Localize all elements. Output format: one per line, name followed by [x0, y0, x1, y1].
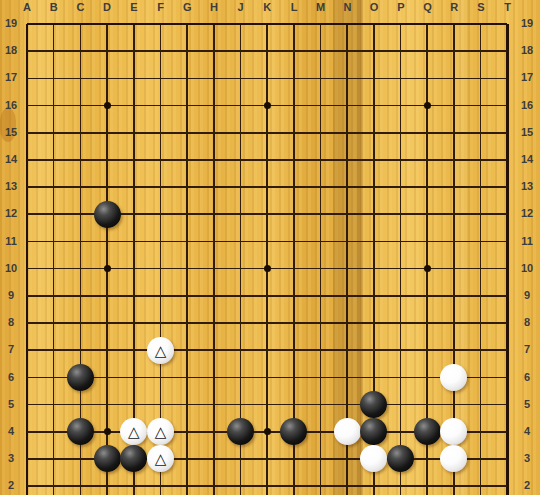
intersection-K17[interactable] — [254, 65, 281, 92]
intersection-R19[interactable] — [441, 10, 468, 37]
intersection-C4[interactable] — [67, 418, 94, 445]
intersection-N7[interactable] — [334, 337, 361, 364]
white-stone-R4[interactable] — [440, 418, 467, 445]
white-stone-R3[interactable] — [440, 445, 467, 472]
intersection-A10[interactable] — [14, 255, 41, 282]
intersection-K8[interactable] — [254, 309, 281, 336]
intersection-L12[interactable] — [281, 201, 308, 228]
intersection-T19[interactable] — [494, 10, 521, 37]
intersection-C7[interactable] — [67, 337, 94, 364]
intersection-D14[interactable] — [94, 146, 121, 173]
intersection-L16[interactable] — [281, 92, 308, 119]
intersection-M6[interactable] — [307, 364, 334, 391]
intersection-J15[interactable] — [227, 119, 254, 146]
intersection-H19[interactable] — [200, 10, 227, 37]
intersection-P5[interactable] — [387, 391, 414, 418]
intersection-P17[interactable] — [387, 65, 414, 92]
intersection-O2[interactable] — [361, 473, 388, 495]
intersection-B9[interactable] — [40, 282, 67, 309]
intersection-C15[interactable] — [67, 119, 94, 146]
intersection-K11[interactable] — [254, 228, 281, 255]
intersection-K18[interactable] — [254, 38, 281, 65]
intersection-E19[interactable] — [120, 10, 147, 37]
intersection-D11[interactable] — [94, 228, 121, 255]
intersection-T16[interactable] — [494, 92, 521, 119]
intersection-R2[interactable] — [441, 473, 468, 495]
intersection-B19[interactable] — [40, 10, 67, 37]
intersection-L3[interactable] — [281, 445, 308, 472]
intersection-N10[interactable] — [334, 255, 361, 282]
white-stone-N4[interactable] — [334, 418, 361, 445]
intersection-G18[interactable] — [174, 38, 201, 65]
intersection-S19[interactable] — [467, 10, 494, 37]
intersection-G17[interactable] — [174, 65, 201, 92]
intersection-F7[interactable]: △ — [147, 337, 174, 364]
intersection-H14[interactable] — [200, 146, 227, 173]
intersection-G6[interactable] — [174, 364, 201, 391]
intersection-S2[interactable] — [467, 473, 494, 495]
intersection-S13[interactable] — [467, 174, 494, 201]
intersection-F3[interactable]: △ — [147, 445, 174, 472]
intersection-Q16[interactable] — [414, 92, 441, 119]
intersection-R5[interactable] — [441, 391, 468, 418]
intersection-G8[interactable] — [174, 309, 201, 336]
intersection-P11[interactable] — [387, 228, 414, 255]
intersection-H11[interactable] — [200, 228, 227, 255]
black-stone-L4[interactable] — [280, 418, 307, 445]
intersection-P10[interactable] — [387, 255, 414, 282]
intersection-N3[interactable] — [334, 445, 361, 472]
intersection-N16[interactable] — [334, 92, 361, 119]
intersection-H4[interactable] — [200, 418, 227, 445]
intersection-S17[interactable] — [467, 65, 494, 92]
intersection-D2[interactable] — [94, 473, 121, 495]
intersection-T13[interactable] — [494, 174, 521, 201]
intersection-Q18[interactable] — [414, 38, 441, 65]
intersection-A3[interactable] — [14, 445, 41, 472]
intersection-K10[interactable] — [254, 255, 281, 282]
intersection-F10[interactable] — [147, 255, 174, 282]
intersection-H10[interactable] — [200, 255, 227, 282]
intersection-E11[interactable] — [120, 228, 147, 255]
intersection-P16[interactable] — [387, 92, 414, 119]
intersection-A5[interactable] — [14, 391, 41, 418]
intersection-R17[interactable] — [441, 65, 468, 92]
white-stone-E4[interactable]: △ — [120, 418, 147, 445]
intersection-D7[interactable] — [94, 337, 121, 364]
intersection-B17[interactable] — [40, 65, 67, 92]
intersection-L13[interactable] — [281, 174, 308, 201]
intersection-H8[interactable] — [200, 309, 227, 336]
intersection-O14[interactable] — [361, 146, 388, 173]
intersection-O13[interactable] — [361, 174, 388, 201]
intersection-M9[interactable] — [307, 282, 334, 309]
intersection-E17[interactable] — [120, 65, 147, 92]
intersection-B16[interactable] — [40, 92, 67, 119]
intersection-P2[interactable] — [387, 473, 414, 495]
intersection-G4[interactable] — [174, 418, 201, 445]
intersection-O5[interactable] — [361, 391, 388, 418]
intersection-G5[interactable] — [174, 391, 201, 418]
intersection-P13[interactable] — [387, 174, 414, 201]
intersection-P4[interactable] — [387, 418, 414, 445]
intersection-M12[interactable] — [307, 201, 334, 228]
intersection-H12[interactable] — [200, 201, 227, 228]
intersection-K3[interactable] — [254, 445, 281, 472]
intersection-E12[interactable] — [120, 201, 147, 228]
intersection-T7[interactable] — [494, 337, 521, 364]
intersection-L5[interactable] — [281, 391, 308, 418]
intersection-M3[interactable] — [307, 445, 334, 472]
intersection-E4[interactable]: △ — [120, 418, 147, 445]
intersection-L10[interactable] — [281, 255, 308, 282]
white-stone-F4[interactable]: △ — [147, 418, 174, 445]
intersection-P18[interactable] — [387, 38, 414, 65]
intersection-N11[interactable] — [334, 228, 361, 255]
intersection-F13[interactable] — [147, 174, 174, 201]
intersection-P3[interactable] — [387, 445, 414, 472]
intersection-Q7[interactable] — [414, 337, 441, 364]
intersection-N8[interactable] — [334, 309, 361, 336]
intersection-T6[interactable] — [494, 364, 521, 391]
intersection-O10[interactable] — [361, 255, 388, 282]
intersection-C12[interactable] — [67, 201, 94, 228]
intersection-D8[interactable] — [94, 309, 121, 336]
intersection-Q8[interactable] — [414, 309, 441, 336]
intersection-A14[interactable] — [14, 146, 41, 173]
intersection-G9[interactable] — [174, 282, 201, 309]
intersection-Q6[interactable] — [414, 364, 441, 391]
intersection-R9[interactable] — [441, 282, 468, 309]
intersection-D6[interactable] — [94, 364, 121, 391]
intersection-P8[interactable] — [387, 309, 414, 336]
intersection-F4[interactable]: △ — [147, 418, 174, 445]
intersection-F9[interactable] — [147, 282, 174, 309]
intersection-M4[interactable] — [307, 418, 334, 445]
intersection-R13[interactable] — [441, 174, 468, 201]
intersection-E5[interactable] — [120, 391, 147, 418]
intersection-D12[interactable] — [94, 201, 121, 228]
intersection-H9[interactable] — [200, 282, 227, 309]
intersection-S11[interactable] — [467, 228, 494, 255]
intersection-M19[interactable] — [307, 10, 334, 37]
intersection-H7[interactable] — [200, 337, 227, 364]
intersection-M14[interactable] — [307, 146, 334, 173]
intersection-C5[interactable] — [67, 391, 94, 418]
intersection-L9[interactable] — [281, 282, 308, 309]
intersection-K15[interactable] — [254, 119, 281, 146]
intersection-G7[interactable] — [174, 337, 201, 364]
intersection-B2[interactable] — [40, 473, 67, 495]
black-stone-D3[interactable] — [94, 445, 121, 472]
intersection-H5[interactable] — [200, 391, 227, 418]
intersection-O12[interactable] — [361, 201, 388, 228]
intersection-Q19[interactable] — [414, 10, 441, 37]
intersection-H13[interactable] — [200, 174, 227, 201]
intersection-N2[interactable] — [334, 473, 361, 495]
intersection-D19[interactable] — [94, 10, 121, 37]
intersection-Q5[interactable] — [414, 391, 441, 418]
intersection-Q15[interactable] — [414, 119, 441, 146]
intersection-H17[interactable] — [200, 65, 227, 92]
intersection-G13[interactable] — [174, 174, 201, 201]
intersection-E6[interactable] — [120, 364, 147, 391]
intersection-M15[interactable] — [307, 119, 334, 146]
intersection-N13[interactable] — [334, 174, 361, 201]
intersection-R8[interactable] — [441, 309, 468, 336]
intersection-O11[interactable] — [361, 228, 388, 255]
intersection-L6[interactable] — [281, 364, 308, 391]
intersection-L11[interactable] — [281, 228, 308, 255]
intersection-G11[interactable] — [174, 228, 201, 255]
intersection-A9[interactable] — [14, 282, 41, 309]
intersection-C16[interactable] — [67, 92, 94, 119]
intersection-S8[interactable] — [467, 309, 494, 336]
intersection-A16[interactable] — [14, 92, 41, 119]
intersection-C9[interactable] — [67, 282, 94, 309]
intersection-B15[interactable] — [40, 119, 67, 146]
intersection-O9[interactable] — [361, 282, 388, 309]
intersection-M2[interactable] — [307, 473, 334, 495]
intersection-S7[interactable] — [467, 337, 494, 364]
intersection-M11[interactable] — [307, 228, 334, 255]
intersection-C11[interactable] — [67, 228, 94, 255]
white-stone-O3[interactable] — [360, 445, 387, 472]
intersection-B8[interactable] — [40, 309, 67, 336]
intersection-N6[interactable] — [334, 364, 361, 391]
intersection-C19[interactable] — [67, 10, 94, 37]
intersection-D17[interactable] — [94, 65, 121, 92]
intersection-J5[interactable] — [227, 391, 254, 418]
intersection-N12[interactable] — [334, 201, 361, 228]
intersection-O16[interactable] — [361, 92, 388, 119]
intersection-F2[interactable] — [147, 473, 174, 495]
intersection-D18[interactable] — [94, 38, 121, 65]
intersection-D16[interactable] — [94, 92, 121, 119]
intersection-L17[interactable] — [281, 65, 308, 92]
intersection-M10[interactable] — [307, 255, 334, 282]
intersection-P6[interactable] — [387, 364, 414, 391]
intersection-J19[interactable] — [227, 10, 254, 37]
intersection-J7[interactable] — [227, 337, 254, 364]
intersection-S18[interactable] — [467, 38, 494, 65]
intersection-M16[interactable] — [307, 92, 334, 119]
intersection-B4[interactable] — [40, 418, 67, 445]
intersection-J8[interactable] — [227, 309, 254, 336]
intersection-O6[interactable] — [361, 364, 388, 391]
intersection-S6[interactable] — [467, 364, 494, 391]
intersection-E10[interactable] — [120, 255, 147, 282]
intersection-F18[interactable] — [147, 38, 174, 65]
intersection-Q9[interactable] — [414, 282, 441, 309]
intersection-R15[interactable] — [441, 119, 468, 146]
intersection-K9[interactable] — [254, 282, 281, 309]
intersection-P15[interactable] — [387, 119, 414, 146]
black-stone-O5[interactable] — [360, 391, 387, 418]
intersection-F12[interactable] — [147, 201, 174, 228]
black-stone-E3[interactable] — [120, 445, 147, 472]
intersection-N17[interactable] — [334, 65, 361, 92]
intersection-D10[interactable] — [94, 255, 121, 282]
intersection-M7[interactable] — [307, 337, 334, 364]
intersection-R6[interactable] — [441, 364, 468, 391]
intersection-L8[interactable] — [281, 309, 308, 336]
intersection-R14[interactable] — [441, 146, 468, 173]
intersection-J11[interactable] — [227, 228, 254, 255]
intersection-K7[interactable] — [254, 337, 281, 364]
black-stone-J4[interactable] — [227, 418, 254, 445]
intersection-B11[interactable] — [40, 228, 67, 255]
intersection-Q14[interactable] — [414, 146, 441, 173]
intersection-L7[interactable] — [281, 337, 308, 364]
intersection-Q12[interactable] — [414, 201, 441, 228]
intersection-O7[interactable] — [361, 337, 388, 364]
intersection-K12[interactable] — [254, 201, 281, 228]
white-stone-R6[interactable] — [440, 364, 467, 391]
intersection-Q13[interactable] — [414, 174, 441, 201]
intersection-F17[interactable] — [147, 65, 174, 92]
intersection-K4[interactable] — [254, 418, 281, 445]
intersection-T2[interactable] — [494, 473, 521, 495]
intersection-F15[interactable] — [147, 119, 174, 146]
intersection-F19[interactable] — [147, 10, 174, 37]
intersection-G12[interactable] — [174, 201, 201, 228]
intersection-S4[interactable] — [467, 418, 494, 445]
intersection-T3[interactable] — [494, 445, 521, 472]
intersection-R4[interactable] — [441, 418, 468, 445]
intersection-O17[interactable] — [361, 65, 388, 92]
intersection-G15[interactable] — [174, 119, 201, 146]
intersection-E16[interactable] — [120, 92, 147, 119]
intersection-A7[interactable] — [14, 337, 41, 364]
intersection-E7[interactable] — [120, 337, 147, 364]
intersection-R3[interactable] — [441, 445, 468, 472]
intersection-H3[interactable] — [200, 445, 227, 472]
intersection-J9[interactable] — [227, 282, 254, 309]
intersection-B14[interactable] — [40, 146, 67, 173]
intersection-S9[interactable] — [467, 282, 494, 309]
intersection-A2[interactable] — [14, 473, 41, 495]
white-stone-F3[interactable]: △ — [147, 445, 174, 472]
intersection-L2[interactable] — [281, 473, 308, 495]
intersection-G14[interactable] — [174, 146, 201, 173]
intersection-B13[interactable] — [40, 174, 67, 201]
intersection-A8[interactable] — [14, 309, 41, 336]
intersection-M8[interactable] — [307, 309, 334, 336]
intersection-T9[interactable] — [494, 282, 521, 309]
intersection-J14[interactable] — [227, 146, 254, 173]
intersection-F11[interactable] — [147, 228, 174, 255]
intersection-J2[interactable] — [227, 473, 254, 495]
intersection-J16[interactable] — [227, 92, 254, 119]
black-stone-O4[interactable] — [360, 418, 387, 445]
intersection-C18[interactable] — [67, 38, 94, 65]
intersection-A4[interactable] — [14, 418, 41, 445]
white-stone-F7[interactable]: △ — [147, 337, 174, 364]
intersection-P12[interactable] — [387, 201, 414, 228]
intersection-Q3[interactable] — [414, 445, 441, 472]
intersection-K6[interactable] — [254, 364, 281, 391]
intersection-B3[interactable] — [40, 445, 67, 472]
intersection-C6[interactable] — [67, 364, 94, 391]
intersection-S12[interactable] — [467, 201, 494, 228]
intersection-M13[interactable] — [307, 174, 334, 201]
intersection-E15[interactable] — [120, 119, 147, 146]
intersection-A15[interactable] — [14, 119, 41, 146]
intersection-K5[interactable] — [254, 391, 281, 418]
intersection-E8[interactable] — [120, 309, 147, 336]
black-stone-C4[interactable] — [67, 418, 94, 445]
intersection-R12[interactable] — [441, 201, 468, 228]
intersection-H15[interactable] — [200, 119, 227, 146]
intersection-S15[interactable] — [467, 119, 494, 146]
intersection-K13[interactable] — [254, 174, 281, 201]
intersection-P9[interactable] — [387, 282, 414, 309]
intersection-G10[interactable] — [174, 255, 201, 282]
intersection-S3[interactable] — [467, 445, 494, 472]
black-stone-Q4[interactable] — [414, 418, 441, 445]
intersection-C17[interactable] — [67, 65, 94, 92]
intersection-Q2[interactable] — [414, 473, 441, 495]
intersection-R16[interactable] — [441, 92, 468, 119]
intersection-Q11[interactable] — [414, 228, 441, 255]
intersection-D5[interactable] — [94, 391, 121, 418]
intersection-F16[interactable] — [147, 92, 174, 119]
intersection-B6[interactable] — [40, 364, 67, 391]
intersection-N5[interactable] — [334, 391, 361, 418]
intersection-B12[interactable] — [40, 201, 67, 228]
intersection-H18[interactable] — [200, 38, 227, 65]
intersection-B18[interactable] — [40, 38, 67, 65]
intersection-H16[interactable] — [200, 92, 227, 119]
intersection-A18[interactable] — [14, 38, 41, 65]
intersection-T18[interactable] — [494, 38, 521, 65]
intersection-D9[interactable] — [94, 282, 121, 309]
intersection-N15[interactable] — [334, 119, 361, 146]
intersection-T14[interactable] — [494, 146, 521, 173]
intersection-O4[interactable] — [361, 418, 388, 445]
intersection-M5[interactable] — [307, 391, 334, 418]
intersection-J12[interactable] — [227, 201, 254, 228]
intersection-N4[interactable] — [334, 418, 361, 445]
intersection-E13[interactable] — [120, 174, 147, 201]
intersection-Q4[interactable] — [414, 418, 441, 445]
intersection-G16[interactable] — [174, 92, 201, 119]
intersection-K2[interactable] — [254, 473, 281, 495]
intersection-G3[interactable] — [174, 445, 201, 472]
intersection-C8[interactable] — [67, 309, 94, 336]
intersection-D13[interactable] — [94, 174, 121, 201]
intersection-L14[interactable] — [281, 146, 308, 173]
intersection-N19[interactable] — [334, 10, 361, 37]
intersection-J17[interactable] — [227, 65, 254, 92]
intersection-L4[interactable] — [281, 418, 308, 445]
intersection-N18[interactable] — [334, 38, 361, 65]
intersection-F5[interactable] — [147, 391, 174, 418]
intersection-M17[interactable] — [307, 65, 334, 92]
intersection-R7[interactable] — [441, 337, 468, 364]
intersection-C13[interactable] — [67, 174, 94, 201]
intersection-L18[interactable] — [281, 38, 308, 65]
intersection-D4[interactable] — [94, 418, 121, 445]
intersection-D15[interactable] — [94, 119, 121, 146]
intersection-D3[interactable] — [94, 445, 121, 472]
intersection-A6[interactable] — [14, 364, 41, 391]
black-stone-P3[interactable] — [387, 445, 414, 472]
intersection-E2[interactable] — [120, 473, 147, 495]
intersection-T10[interactable] — [494, 255, 521, 282]
intersection-B7[interactable] — [40, 337, 67, 364]
